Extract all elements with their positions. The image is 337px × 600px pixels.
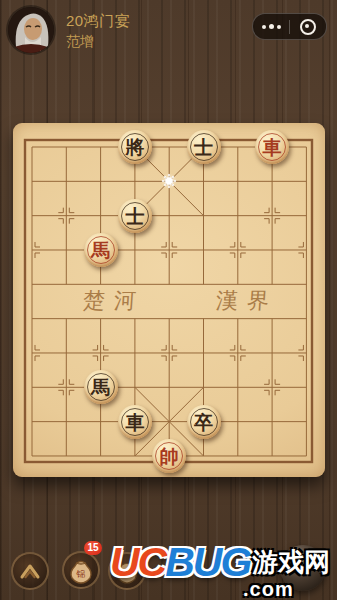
watermark-domain: .com [243,578,294,600]
black-general-piece[interactable]: 將 [118,130,152,164]
move-highlight-star [161,173,177,189]
black-horse-piece[interactable]: 馬 [84,370,118,404]
bag-label-glyph: 锦 [76,569,86,579]
river-label-chu: 楚河 [82,286,146,316]
money-bag-icon: 锦 [64,553,98,587]
miniprogram-capsule [252,13,327,40]
portrait-icon [8,7,54,53]
watermark-uc: UC [110,540,165,584]
app-background: 20鸿门宴 范增 楚河 漢界 將士車士馬馬車卒帥 锦 15 [0,0,337,600]
watermark: UC BUG 游戏网 .com [110,540,330,584]
watermark-site: 游戏网 [252,548,330,576]
opponent-name: 范增 [66,33,94,51]
item-bag-button[interactable]: 锦 [62,551,100,589]
circle-target-icon [300,19,316,35]
piece-glyph: 士 [118,199,152,233]
piece-glyph: 卒 [187,405,221,439]
piece-glyph: 車 [255,130,289,164]
red-general-piece[interactable]: 帥 [152,439,186,473]
black-chariot-piece[interactable]: 車 [118,405,152,439]
more-options-button[interactable] [253,14,289,39]
watermark-bug: BUG [165,540,250,584]
expand-button[interactable] [11,552,49,590]
piece-glyph: 車 [118,405,152,439]
black-advisor-2-piece[interactable]: 士 [118,199,152,233]
chevron-up-icon [13,554,47,588]
three-dots-icon [262,24,281,29]
piece-glyph: 馬 [84,233,118,267]
red-chariot-piece[interactable]: 車 [255,130,289,164]
avatar[interactable] [8,7,54,53]
level-title: 20鸿门宴 [66,12,130,31]
piece-glyph: 馬 [84,370,118,404]
piece-glyph: 帥 [152,439,186,473]
exit-button[interactable] [290,14,326,39]
piece-glyph: 將 [118,130,152,164]
black-advisor-1-piece[interactable]: 士 [187,130,221,164]
black-soldier-piece[interactable]: 卒 [187,405,221,439]
bag-count-badge: 15 [84,541,102,555]
piece-glyph: 士 [187,130,221,164]
red-horse-piece[interactable]: 馬 [84,233,118,267]
river-label-han: 漢界 [215,286,279,316]
